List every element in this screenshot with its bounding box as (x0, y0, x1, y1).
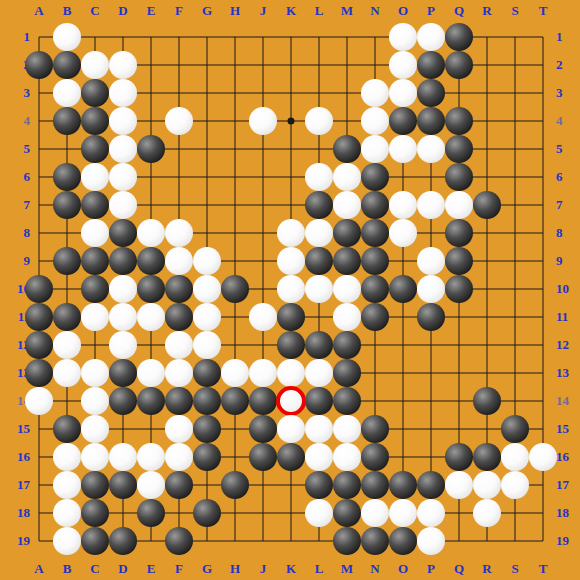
stone-C14 (81, 387, 109, 415)
row-label-left-5: 5 (2, 141, 30, 157)
stone-J13 (249, 359, 277, 387)
stone-M14 (333, 387, 361, 415)
stone-P9 (417, 247, 445, 275)
stone-E18 (137, 499, 165, 527)
stone-B1 (53, 23, 81, 51)
stone-F19 (165, 527, 193, 555)
stone-M16 (333, 443, 361, 471)
stone-O3 (389, 79, 417, 107)
stone-O5 (389, 135, 417, 163)
stone-B4 (53, 107, 81, 135)
col-label-bottom-T: T (529, 561, 557, 577)
col-label-bottom-D: D (109, 561, 137, 577)
stone-Q2 (445, 51, 473, 79)
row-label-right-19: 19 (550, 533, 580, 549)
stone-N18 (361, 499, 389, 527)
stone-D11 (109, 303, 137, 331)
stone-F8 (165, 219, 193, 247)
stone-C18 (81, 499, 109, 527)
col-label-top-D: D (109, 3, 137, 19)
stone-F13 (165, 359, 193, 387)
col-label-top-J: J (249, 3, 277, 19)
stone-B3 (53, 79, 81, 107)
stone-K13 (277, 359, 305, 387)
col-label-top-H: H (221, 3, 249, 19)
stone-B11 (53, 303, 81, 331)
stone-E11 (137, 303, 165, 331)
stone-F14 (165, 387, 193, 415)
stone-D10 (109, 275, 137, 303)
col-label-top-O: O (389, 3, 417, 19)
stone-K10 (277, 275, 305, 303)
col-label-top-G: G (193, 3, 221, 19)
stone-N15 (361, 415, 389, 443)
row-label-left-6: 6 (2, 169, 30, 185)
stone-N16 (361, 443, 389, 471)
stone-P5 (417, 135, 445, 163)
row-label-left-4: 4 (2, 113, 30, 129)
stone-G12 (193, 331, 221, 359)
col-label-top-F: F (165, 3, 193, 19)
row-label-right-18: 18 (550, 505, 580, 521)
row-label-right-8: 8 (550, 225, 580, 241)
stone-P19 (417, 527, 445, 555)
row-label-right-9: 9 (550, 253, 580, 269)
stone-O10 (389, 275, 417, 303)
stone-E8 (137, 219, 165, 247)
stone-C17 (81, 471, 109, 499)
stone-C11 (81, 303, 109, 331)
stone-N7 (361, 191, 389, 219)
stone-C6 (81, 163, 109, 191)
stone-B15 (53, 415, 81, 443)
stone-L4 (305, 107, 333, 135)
stone-J11 (249, 303, 277, 331)
stone-B9 (53, 247, 81, 275)
stone-D3 (109, 79, 137, 107)
stone-J4 (249, 107, 277, 135)
stone-P11 (417, 303, 445, 331)
stone-R18 (473, 499, 501, 527)
row-label-right-5: 5 (550, 141, 580, 157)
stone-A13 (25, 359, 53, 387)
row-label-right-1: 1 (550, 29, 580, 45)
stone-D12 (109, 331, 137, 359)
stone-G9 (193, 247, 221, 275)
stone-A11 (25, 303, 53, 331)
stone-D9 (109, 247, 137, 275)
stone-D13 (109, 359, 137, 387)
stone-C16 (81, 443, 109, 471)
stone-N8 (361, 219, 389, 247)
stone-L16 (305, 443, 333, 471)
stone-N10 (361, 275, 389, 303)
stone-G14 (193, 387, 221, 415)
stone-E5 (137, 135, 165, 163)
stone-K12 (277, 331, 305, 359)
stone-N3 (361, 79, 389, 107)
stone-N11 (361, 303, 389, 331)
stone-D6 (109, 163, 137, 191)
stone-Q10 (445, 275, 473, 303)
stone-M15 (333, 415, 361, 443)
stone-G15 (193, 415, 221, 443)
stone-Q5 (445, 135, 473, 163)
stone-E14 (137, 387, 165, 415)
col-label-bottom-S: S (501, 561, 529, 577)
row-label-left-3: 3 (2, 85, 30, 101)
stone-H14 (221, 387, 249, 415)
stone-R7 (473, 191, 501, 219)
stone-P7 (417, 191, 445, 219)
stone-P4 (417, 107, 445, 135)
stone-C7 (81, 191, 109, 219)
stone-G13 (193, 359, 221, 387)
stone-M13 (333, 359, 361, 387)
stone-O17 (389, 471, 417, 499)
stone-C10 (81, 275, 109, 303)
stone-L15 (305, 415, 333, 443)
stone-T16 (529, 443, 557, 471)
stone-A12 (25, 331, 53, 359)
col-label-bottom-P: P (417, 561, 445, 577)
stone-L8 (305, 219, 333, 247)
stone-K16 (277, 443, 305, 471)
row-label-right-4: 4 (550, 113, 580, 129)
col-label-top-P: P (417, 3, 445, 19)
stone-L7 (305, 191, 333, 219)
stone-B12 (53, 331, 81, 359)
stone-B7 (53, 191, 81, 219)
stone-C19 (81, 527, 109, 555)
go-board[interactable]: AABBCCDDEEFFGGHHJJKKLLMMNNOOPPQQRRSSTT11… (0, 0, 580, 580)
stone-E13 (137, 359, 165, 387)
stone-A14 (25, 387, 53, 415)
stone-R14 (473, 387, 501, 415)
stone-M11 (333, 303, 361, 331)
stone-K15 (277, 415, 305, 443)
stone-M12 (333, 331, 361, 359)
row-label-left-18: 18 (2, 505, 30, 521)
stone-N4 (361, 107, 389, 135)
col-label-bottom-C: C (81, 561, 109, 577)
row-label-right-12: 12 (550, 337, 580, 353)
col-label-bottom-O: O (389, 561, 417, 577)
col-label-bottom-R: R (473, 561, 501, 577)
row-label-left-15: 15 (2, 421, 30, 437)
col-label-bottom-B: B (53, 561, 81, 577)
stone-L13 (305, 359, 333, 387)
stone-R17 (473, 471, 501, 499)
stone-O18 (389, 499, 417, 527)
stone-M7 (333, 191, 361, 219)
stone-M19 (333, 527, 361, 555)
stone-R16 (473, 443, 501, 471)
stone-H10 (221, 275, 249, 303)
stone-K9 (277, 247, 305, 275)
stone-N5 (361, 135, 389, 163)
stone-N19 (361, 527, 389, 555)
stone-L12 (305, 331, 333, 359)
stone-Q1 (445, 23, 473, 51)
stone-F15 (165, 415, 193, 443)
row-label-right-10: 10 (550, 281, 580, 297)
col-label-bottom-F: F (165, 561, 193, 577)
row-label-right-14: 14 (550, 393, 580, 409)
stone-L14 (305, 387, 333, 415)
stone-N9 (361, 247, 389, 275)
col-label-bottom-H: H (221, 561, 249, 577)
row-label-left-19: 19 (2, 533, 30, 549)
stone-Q8 (445, 219, 473, 247)
stone-K11 (277, 303, 305, 331)
stone-M18 (333, 499, 361, 527)
col-label-top-N: N (361, 3, 389, 19)
stone-D16 (109, 443, 137, 471)
last-move-stone-K14 (276, 386, 306, 416)
stone-C5 (81, 135, 109, 163)
stone-O2 (389, 51, 417, 79)
stone-P17 (417, 471, 445, 499)
row-label-right-17: 17 (550, 477, 580, 493)
stone-M9 (333, 247, 361, 275)
row-label-right-2: 2 (550, 57, 580, 73)
stone-Q6 (445, 163, 473, 191)
stone-D5 (109, 135, 137, 163)
stone-B17 (53, 471, 81, 499)
stone-F16 (165, 443, 193, 471)
row-label-right-7: 7 (550, 197, 580, 213)
stone-B19 (53, 527, 81, 555)
stone-M17 (333, 471, 361, 499)
stone-L9 (305, 247, 333, 275)
col-label-top-C: C (81, 3, 109, 19)
col-label-top-M: M (333, 3, 361, 19)
stone-F12 (165, 331, 193, 359)
row-label-left-16: 16 (2, 449, 30, 465)
stone-B2 (53, 51, 81, 79)
col-label-bottom-E: E (137, 561, 165, 577)
row-label-right-11: 11 (550, 309, 580, 325)
stone-F11 (165, 303, 193, 331)
col-label-top-T: T (529, 3, 557, 19)
stone-O7 (389, 191, 417, 219)
stone-S17 (501, 471, 529, 499)
row-label-left-9: 9 (2, 253, 30, 269)
stone-B18 (53, 499, 81, 527)
col-label-bottom-N: N (361, 561, 389, 577)
stone-Q4 (445, 107, 473, 135)
stone-P18 (417, 499, 445, 527)
col-label-bottom-A: A (25, 561, 53, 577)
stone-N17 (361, 471, 389, 499)
stone-Q16 (445, 443, 473, 471)
stone-G16 (193, 443, 221, 471)
stone-D17 (109, 471, 137, 499)
stone-B16 (53, 443, 81, 471)
stone-G10 (193, 275, 221, 303)
stone-L10 (305, 275, 333, 303)
stone-O4 (389, 107, 417, 135)
stone-P1 (417, 23, 445, 51)
row-label-right-15: 15 (550, 421, 580, 437)
stone-E16 (137, 443, 165, 471)
stone-C2 (81, 51, 109, 79)
stone-C15 (81, 415, 109, 443)
stone-D4 (109, 107, 137, 135)
stone-J16 (249, 443, 277, 471)
row-label-left-8: 8 (2, 225, 30, 241)
stone-H17 (221, 471, 249, 499)
col-label-bottom-G: G (193, 561, 221, 577)
col-label-top-K: K (277, 3, 305, 19)
col-label-top-L: L (305, 3, 333, 19)
stone-D19 (109, 527, 137, 555)
stone-F17 (165, 471, 193, 499)
stone-L6 (305, 163, 333, 191)
col-label-top-S: S (501, 3, 529, 19)
stone-J14 (249, 387, 277, 415)
stone-M10 (333, 275, 361, 303)
stone-A10 (25, 275, 53, 303)
stone-D7 (109, 191, 137, 219)
stone-E9 (137, 247, 165, 275)
stone-S16 (501, 443, 529, 471)
stone-C8 (81, 219, 109, 247)
stone-P10 (417, 275, 445, 303)
stone-A2 (25, 51, 53, 79)
stone-H13 (221, 359, 249, 387)
stone-M8 (333, 219, 361, 247)
stone-C4 (81, 107, 109, 135)
stone-K8 (277, 219, 305, 247)
stone-L18 (305, 499, 333, 527)
stone-J15 (249, 415, 277, 443)
row-label-right-3: 3 (550, 85, 580, 101)
stone-P3 (417, 79, 445, 107)
col-label-bottom-L: L (305, 561, 333, 577)
stone-M5 (333, 135, 361, 163)
stone-B13 (53, 359, 81, 387)
stone-Q9 (445, 247, 473, 275)
stone-C13 (81, 359, 109, 387)
stone-P2 (417, 51, 445, 79)
stone-Q7 (445, 191, 473, 219)
col-label-bottom-J: J (249, 561, 277, 577)
row-label-right-13: 13 (550, 365, 580, 381)
stone-G18 (193, 499, 221, 527)
stone-S15 (501, 415, 529, 443)
stone-O19 (389, 527, 417, 555)
col-label-top-E: E (137, 3, 165, 19)
stone-E10 (137, 275, 165, 303)
col-label-bottom-Q: Q (445, 561, 473, 577)
stone-O1 (389, 23, 417, 51)
row-label-left-17: 17 (2, 477, 30, 493)
col-label-top-Q: Q (445, 3, 473, 19)
row-label-right-6: 6 (550, 169, 580, 185)
stone-F9 (165, 247, 193, 275)
stone-C3 (81, 79, 109, 107)
stone-E17 (137, 471, 165, 499)
stone-D8 (109, 219, 137, 247)
star-point-K4 (288, 118, 295, 125)
stone-G11 (193, 303, 221, 331)
row-label-left-7: 7 (2, 197, 30, 213)
stone-Q17 (445, 471, 473, 499)
stone-F10 (165, 275, 193, 303)
col-label-top-R: R (473, 3, 501, 19)
stone-D14 (109, 387, 137, 415)
stone-O8 (389, 219, 417, 247)
stone-M6 (333, 163, 361, 191)
stone-D2 (109, 51, 137, 79)
col-label-top-B: B (53, 3, 81, 19)
stone-L17 (305, 471, 333, 499)
col-label-bottom-K: K (277, 561, 305, 577)
col-label-top-A: A (25, 3, 53, 19)
col-label-bottom-M: M (333, 561, 361, 577)
stone-B6 (53, 163, 81, 191)
stone-F4 (165, 107, 193, 135)
row-label-left-1: 1 (2, 29, 30, 45)
stone-C9 (81, 247, 109, 275)
stone-N6 (361, 163, 389, 191)
